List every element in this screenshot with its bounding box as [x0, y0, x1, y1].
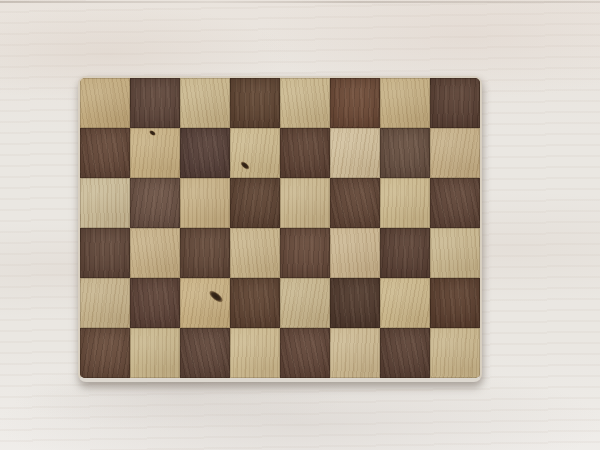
board-square-r5c7 [380, 278, 430, 328]
board-square-r6c4 [230, 328, 280, 378]
board-square-r1c3 [180, 78, 230, 128]
cutting-board [78, 76, 482, 382]
wood-knot [208, 288, 225, 303]
board-square-r3c1 [80, 178, 130, 228]
plywood-tabletop [0, 0, 600, 450]
board-square-r1c1 [80, 78, 130, 128]
board-square-r6c2 [130, 328, 180, 378]
board-square-r4c6 [330, 228, 380, 278]
board-square-r1c5 [280, 78, 330, 128]
board-square-r2c8 [430, 128, 480, 178]
board-square-r5c1 [80, 278, 130, 328]
board-square-r2c7 [380, 128, 430, 178]
board-square-r2c1 [80, 128, 130, 178]
board-square-r2c6 [330, 128, 380, 178]
board-square-r5c6 [330, 278, 380, 328]
board-square-r2c2 [130, 128, 180, 178]
board-square-r5c4 [230, 278, 280, 328]
board-square-r6c7 [380, 328, 430, 378]
board-square-r1c4 [230, 78, 280, 128]
board-square-r1c8 [430, 78, 480, 128]
board-square-r3c8 [430, 178, 480, 228]
board-square-r4c4 [230, 228, 280, 278]
board-square-r4c7 [380, 228, 430, 278]
board-square-r6c5 [280, 328, 330, 378]
board-square-r2c4 [230, 128, 280, 178]
wood-knot [148, 129, 156, 136]
board-square-r4c2 [130, 228, 180, 278]
board-square-r3c3 [180, 178, 230, 228]
board-square-r6c8 [430, 328, 480, 378]
board-square-r5c8 [430, 278, 480, 328]
board-square-r5c3 [180, 278, 230, 328]
board-square-r4c5 [280, 228, 330, 278]
board-square-r6c3 [180, 328, 230, 378]
tabletop-edge-line [0, 1, 600, 3]
board-square-r3c5 [280, 178, 330, 228]
checkerboard-grid [80, 78, 480, 378]
wood-knot [240, 160, 251, 170]
board-square-r5c5 [280, 278, 330, 328]
board-square-r3c7 [380, 178, 430, 228]
board-square-r4c1 [80, 228, 130, 278]
board-square-r1c7 [380, 78, 430, 128]
board-square-r1c6 [330, 78, 380, 128]
board-square-r6c1 [80, 328, 130, 378]
board-square-r1c2 [130, 78, 180, 128]
board-square-r6c6 [330, 328, 380, 378]
board-square-r3c2 [130, 178, 180, 228]
board-square-r3c4 [230, 178, 280, 228]
board-square-r3c6 [330, 178, 380, 228]
board-square-r2c3 [180, 128, 230, 178]
board-square-r4c3 [180, 228, 230, 278]
board-square-r5c2 [130, 278, 180, 328]
board-square-r4c8 [430, 228, 480, 278]
board-square-r2c5 [280, 128, 330, 178]
